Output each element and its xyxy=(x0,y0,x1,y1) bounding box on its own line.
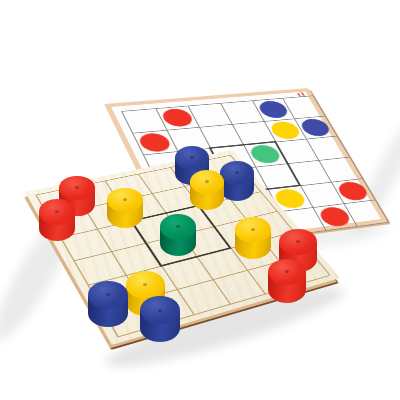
piece-top-face xyxy=(160,214,197,240)
piece-top-face xyxy=(279,229,316,255)
piece-top-face xyxy=(39,199,75,224)
piece-top-face xyxy=(107,188,143,213)
piece-top-face xyxy=(140,296,180,324)
piece-top-face xyxy=(126,271,165,298)
game-piece-blue[interactable] xyxy=(140,296,180,342)
game-piece-yellow[interactable] xyxy=(235,217,272,259)
game-piece-yellow[interactable] xyxy=(107,188,143,229)
game-piece-red[interactable] xyxy=(268,259,306,303)
piece-top-face xyxy=(88,281,127,309)
game-piece-blue[interactable] xyxy=(220,161,255,201)
game-piece-green[interactable] xyxy=(160,214,197,256)
piece-top-face xyxy=(175,146,209,170)
scene xyxy=(0,0,400,400)
game-piece-red[interactable] xyxy=(39,199,75,240)
piece-top-face xyxy=(220,161,255,185)
piece-top-face xyxy=(59,176,94,201)
piece-top-face xyxy=(235,217,272,243)
game-piece-yellow[interactable] xyxy=(190,170,225,210)
game-piece-blue[interactable] xyxy=(88,281,127,326)
